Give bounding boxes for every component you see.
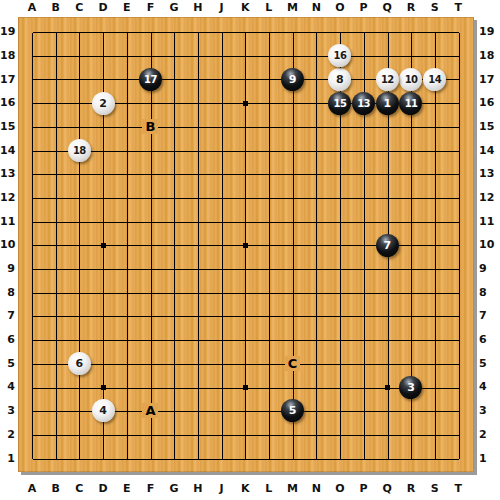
coord-label-row-14: 14 [478,139,494,163]
coord-label-row-15: 15 [0,115,16,139]
coord-label-row-9: 9 [478,257,494,281]
stone-move-number: 11 [405,98,418,109]
stone-black-13: 13 [352,92,375,115]
coord-label-row-19: 19 [478,20,494,44]
coord-label-col-C: C [68,0,92,16]
stone-move-number: 15 [334,98,347,109]
stone-white-12: 12 [376,68,399,91]
stone-white-8: 8 [328,68,351,91]
coord-label-row-8: 8 [478,281,494,305]
coord-label-col-N: N [304,0,328,16]
coord-label-row-1: 1 [0,447,16,471]
stone-move-number: 18 [73,145,86,156]
stone-move-number: 9 [289,73,297,86]
coord-label-row-2: 2 [0,423,16,447]
coord-label-row-5: 5 [0,352,16,376]
stone-white-14: 14 [423,68,446,91]
annotation-label-B: B [142,119,158,134]
coord-label-row-17: 17 [478,68,494,92]
coord-label-col-T: T [447,481,471,497]
stone-white-10: 10 [399,68,422,91]
star-point-D4 [101,385,106,390]
coord-label-col-K: K [233,481,257,497]
star-point-K10 [243,243,248,248]
coord-label-col-R: R [399,0,423,16]
coord-label-col-D: D [91,0,115,16]
star-point-K4 [243,385,248,390]
coord-label-row-1: 1 [478,447,494,471]
stone-move-number: 4 [99,404,107,417]
coord-label-row-8: 8 [0,281,16,305]
stone-white-4: 4 [92,399,115,422]
coord-label-row-18: 18 [0,44,16,68]
stone-white-16: 16 [328,44,351,67]
annotation-label-A: A [142,403,158,418]
star-point-D10 [101,243,106,248]
stone-layer: ABC123456789101112131415161718 [20,20,470,470]
stone-black-17: 17 [139,68,162,91]
coord-label-col-T: T [447,0,471,16]
coord-label-col-G: G [162,0,186,16]
coord-label-row-13: 13 [478,162,494,186]
coord-label-col-O: O [328,481,352,497]
stone-black-15: 15 [328,92,351,115]
stone-move-number: 14 [428,74,441,85]
coord-label-row-7: 7 [478,304,494,328]
stone-move-number: 5 [289,404,297,417]
coord-label-col-K: K [233,0,257,16]
coord-label-col-L: L [257,481,281,497]
coord-label-col-F: F [139,0,163,16]
coord-label-col-B: B [44,0,68,16]
coord-label-col-M: M [281,0,305,16]
coord-label-col-C: C [68,481,92,497]
coord-label-col-N: N [304,481,328,497]
coord-label-col-S: S [423,481,447,497]
stone-black-9: 9 [281,68,304,91]
coord-label-row-6: 6 [0,328,16,352]
coord-label-col-H: H [186,0,210,16]
stone-move-number: 17 [144,74,157,85]
coord-label-row-11: 11 [478,210,494,234]
coord-label-col-J: J [210,0,234,16]
coord-label-col-P: P [352,481,376,497]
coord-label-col-B: B [44,481,68,497]
stone-move-number: 1 [383,97,391,110]
stone-black-11: 11 [399,92,422,115]
stone-black-5: 5 [281,399,304,422]
column-labels-bottom: ABCDEFGHJKLMNOPQRST [20,481,470,497]
coord-label-row-3: 3 [0,399,16,423]
coord-label-row-19: 19 [0,20,16,44]
coord-label-col-S: S [423,0,447,16]
coord-label-col-A: A [20,0,44,16]
stone-white-2: 2 [92,92,115,115]
row-labels-left: 19181716151413121110987654321 [0,20,16,470]
coord-label-row-12: 12 [0,186,16,210]
stone-move-number: 10 [405,74,418,85]
stone-move-number: 2 [99,97,107,110]
coord-label-row-16: 16 [478,91,494,115]
coord-label-col-E: E [115,481,139,497]
coord-label-row-10: 10 [478,233,494,257]
coord-label-col-O: O [328,0,352,16]
coord-label-row-12: 12 [478,186,494,210]
coord-label-row-10: 10 [0,233,16,257]
coord-label-row-13: 13 [0,162,16,186]
coord-label-row-9: 9 [0,257,16,281]
coord-label-row-17: 17 [0,68,16,92]
coord-label-col-G: G [162,481,186,497]
coord-label-row-4: 4 [478,375,494,399]
coord-label-row-14: 14 [0,139,16,163]
coord-label-col-Q: Q [375,0,399,16]
stone-move-number: 3 [407,381,415,394]
coord-label-row-4: 4 [0,375,16,399]
annotation-label-C: C [285,356,301,371]
row-labels-right: 19181716151413121110987654321 [478,20,494,470]
coord-label-row-15: 15 [478,115,494,139]
coord-label-col-L: L [257,0,281,16]
coord-label-col-E: E [115,0,139,16]
stone-move-number: 6 [76,357,84,370]
go-board-diagram: ABCDEFGHJKLMNOPQRST ABCDEFGHJKLMNOPQRST … [0,0,500,500]
stone-move-number: 13 [357,98,370,109]
coord-label-col-H: H [186,481,210,497]
stone-move-number: 8 [336,73,344,86]
go-board[interactable]: ABC123456789101112131415161718 [18,17,474,472]
coord-label-col-R: R [399,481,423,497]
stone-black-1: 1 [376,92,399,115]
coord-label-col-P: P [352,0,376,16]
coord-label-row-18: 18 [478,44,494,68]
coord-label-col-J: J [210,481,234,497]
coord-label-row-2: 2 [478,423,494,447]
stone-white-6: 6 [68,352,91,375]
coord-label-col-M: M [281,481,305,497]
coord-label-row-5: 5 [478,352,494,376]
coord-label-col-D: D [91,481,115,497]
coord-label-row-6: 6 [478,328,494,352]
coord-label-col-F: F [139,481,163,497]
stone-black-3: 3 [399,376,422,399]
stone-white-18: 18 [68,139,91,162]
stone-move-number: 12 [381,74,394,85]
coord-label-row-11: 11 [0,210,16,234]
star-point-Q4 [385,385,390,390]
stone-black-7: 7 [376,234,399,257]
coord-label-col-Q: Q [375,481,399,497]
coord-label-row-16: 16 [0,91,16,115]
coord-label-row-7: 7 [0,304,16,328]
stone-move-number: 7 [383,239,391,252]
coord-label-col-A: A [20,481,44,497]
column-labels-top: ABCDEFGHJKLMNOPQRST [20,0,470,16]
stone-move-number: 16 [334,50,347,61]
star-point-K16 [243,101,248,106]
coord-label-row-3: 3 [478,399,494,423]
